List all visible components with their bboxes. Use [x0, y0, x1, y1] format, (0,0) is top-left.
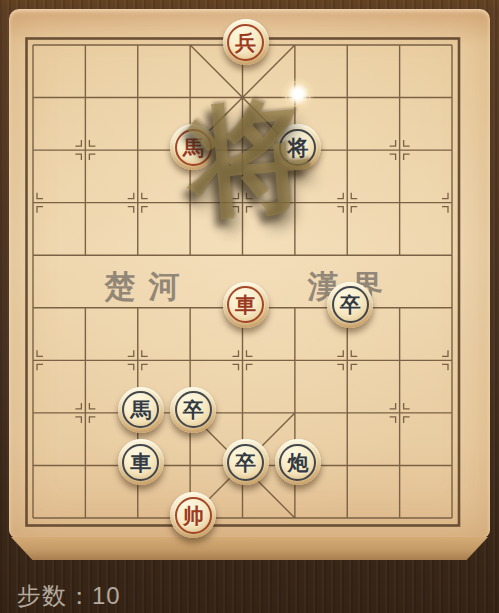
- piece-black-炮[interactable]: 炮: [275, 439, 321, 485]
- status-label: 步数：: [17, 580, 92, 612]
- piece-character: 車: [223, 282, 269, 328]
- piece-character: 帅: [170, 492, 216, 538]
- piece-black-車[interactable]: 車: [118, 439, 164, 485]
- piece-red-兵[interactable]: 兵: [223, 19, 269, 65]
- board-bevel: [11, 537, 488, 560]
- piece-character: 卒: [223, 439, 269, 485]
- piece-character: 卒: [327, 282, 373, 328]
- piece-black-卒[interactable]: 卒: [223, 439, 269, 485]
- river-label-chuhe: 楚河: [82, 266, 202, 308]
- move-count: 10: [92, 582, 121, 610]
- piece-black-卒[interactable]: 卒: [327, 282, 373, 328]
- piece-red-馬[interactable]: 馬: [170, 124, 216, 170]
- piece-character: 卒: [170, 387, 216, 433]
- piece-red-車[interactable]: 車: [223, 282, 269, 328]
- status-bar: 步数：10: [17, 582, 121, 610]
- piece-character: 車: [118, 439, 164, 485]
- piece-black-馬[interactable]: 馬: [118, 387, 164, 433]
- piece-character: 兵: [223, 19, 269, 65]
- piece-character: 馬: [118, 387, 164, 433]
- piece-character: 炮: [275, 439, 321, 485]
- piece-black-卒[interactable]: 卒: [170, 387, 216, 433]
- piece-character: 馬: [170, 124, 216, 170]
- game-screen: 楚河 漢界 兵馬将車卒馬卒車卒炮帅 将 步数：10: [0, 0, 499, 613]
- piece-character: 将: [275, 124, 321, 170]
- piece-red-帅[interactable]: 帅: [170, 492, 216, 538]
- piece-black-将[interactable]: 将: [275, 124, 321, 170]
